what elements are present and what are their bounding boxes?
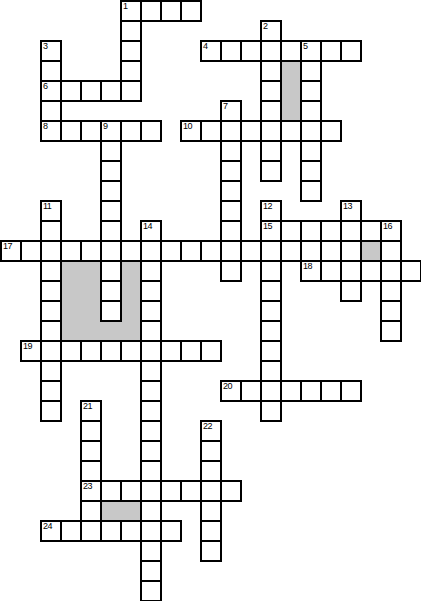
answer-cell-r16c19[interactable] <box>380 320 402 342</box>
clue-number-7: 7 <box>223 102 228 111</box>
clue-number-17: 17 <box>3 242 12 251</box>
crossword-grid: 123456789101112131415161718192021222324 <box>0 0 421 601</box>
answer-cell-r20c7[interactable] <box>140 400 162 422</box>
clue-number-13: 13 <box>343 202 352 211</box>
answer-cell-r2c15[interactable]: 5 <box>300 40 322 62</box>
answer-cell-r13c16[interactable] <box>320 260 342 282</box>
clue-number-2: 2 <box>263 22 268 31</box>
answer-cell-r17c7[interactable] <box>140 340 162 362</box>
clue-number-15: 15 <box>263 222 272 231</box>
answer-cell-r17c1[interactable]: 19 <box>20 340 42 362</box>
answer-cell-r11c13[interactable]: 15 <box>260 220 282 242</box>
answer-cell-r13c5[interactable] <box>100 260 122 282</box>
answer-cell-r16c7[interactable] <box>140 320 162 342</box>
answer-cell-r19c13[interactable] <box>260 380 282 402</box>
answer-cell-r24c5[interactable] <box>100 480 122 502</box>
answer-cell-r2c16[interactable] <box>320 40 342 62</box>
answer-cell-r26c8[interactable] <box>160 520 182 542</box>
answer-cell-r15c2[interactable] <box>40 300 62 322</box>
answer-cell-r17c9[interactable] <box>180 340 202 362</box>
answer-cell-r0c6[interactable]: 1 <box>120 0 142 22</box>
answer-cell-r10c11[interactable] <box>220 200 242 222</box>
answer-cell-r8c11[interactable] <box>220 160 242 182</box>
answer-cell-r17c4[interactable] <box>80 340 102 362</box>
answer-cell-r6c16[interactable] <box>320 120 342 142</box>
clue-number-22: 22 <box>203 422 212 431</box>
answer-cell-r19c7[interactable] <box>140 380 162 402</box>
answer-cell-r27c10[interactable] <box>200 540 222 562</box>
answer-cell-r7c5[interactable] <box>100 140 122 162</box>
answer-cell-r29c7[interactable] <box>140 580 162 601</box>
answer-cell-r26c5[interactable] <box>100 520 122 542</box>
answer-cell-r6c14[interactable] <box>280 120 302 142</box>
answer-cell-r20c13[interactable] <box>260 400 282 422</box>
gray-filler-cell-r14c3 <box>60 280 82 302</box>
answer-cell-r19c12[interactable] <box>240 380 262 402</box>
clue-number-24: 24 <box>43 522 52 531</box>
answer-cell-r2c6[interactable] <box>120 40 142 62</box>
clue-number-18: 18 <box>303 262 312 271</box>
answer-cell-r15c5[interactable] <box>100 300 122 322</box>
answer-cell-r17c8[interactable] <box>160 340 182 362</box>
answer-cell-r17c5[interactable] <box>100 340 122 362</box>
answer-cell-r18c2[interactable] <box>40 360 62 382</box>
clue-number-21: 21 <box>83 402 92 411</box>
answer-cell-r12c7[interactable] <box>140 240 162 262</box>
answer-cell-r7c11[interactable] <box>220 140 242 162</box>
gray-filler-cell-r5c14 <box>280 100 302 122</box>
gray-filler-cell-r13c6 <box>120 260 142 282</box>
answer-cell-r20c4[interactable]: 21 <box>80 400 102 422</box>
answer-cell-r2c13[interactable] <box>260 40 282 62</box>
answer-cell-r12c8[interactable] <box>160 240 182 262</box>
answer-cell-r26c2[interactable]: 24 <box>40 520 62 542</box>
answer-cell-r24c9[interactable] <box>180 480 202 502</box>
answer-cell-r1c13[interactable]: 2 <box>260 20 282 42</box>
answer-cell-r10c2[interactable]: 11 <box>40 200 62 222</box>
answer-cell-r23c10[interactable] <box>200 460 222 482</box>
clue-number-5: 5 <box>303 42 308 51</box>
answer-cell-r10c17[interactable]: 13 <box>340 200 362 222</box>
answer-cell-r3c15[interactable] <box>300 60 322 82</box>
answer-cell-r5c13[interactable] <box>260 100 282 122</box>
answer-cell-r12c4[interactable] <box>80 240 102 262</box>
clue-number-14: 14 <box>143 222 152 231</box>
answer-cell-r24c7[interactable] <box>140 480 162 502</box>
answer-cell-r6c12[interactable] <box>240 120 262 142</box>
answer-cell-r20c2[interactable] <box>40 400 62 422</box>
answer-cell-r27c7[interactable] <box>140 540 162 562</box>
answer-cell-r26c4[interactable] <box>80 520 102 542</box>
answer-cell-r7c15[interactable] <box>300 140 322 162</box>
answer-cell-r15c13[interactable] <box>260 300 282 322</box>
answer-cell-r19c16[interactable] <box>320 380 342 402</box>
clue-number-8: 8 <box>43 122 48 131</box>
answer-cell-r4c6[interactable] <box>120 80 142 102</box>
answer-cell-r15c19[interactable] <box>380 300 402 322</box>
gray-filler-cell-r13c4 <box>80 260 102 282</box>
answer-cell-r8c13[interactable] <box>260 160 282 182</box>
clue-number-20: 20 <box>223 382 232 391</box>
gray-filler-cell-r16c3 <box>60 320 82 342</box>
answer-cell-r4c4[interactable] <box>80 80 102 102</box>
clue-number-19: 19 <box>23 342 32 351</box>
answer-cell-r6c2[interactable]: 8 <box>40 120 62 142</box>
answer-cell-r25c10[interactable] <box>200 500 222 522</box>
answer-cell-r24c8[interactable] <box>160 480 182 502</box>
clue-number-10: 10 <box>183 122 192 131</box>
answer-cell-r13c13[interactable] <box>260 260 282 282</box>
answer-cell-r5c15[interactable] <box>300 100 322 122</box>
answer-cell-r12c1[interactable] <box>20 240 42 262</box>
answer-cell-r6c6[interactable] <box>120 120 142 142</box>
gray-filler-cell-r4c14 <box>280 80 302 102</box>
answer-cell-r0c9[interactable] <box>180 0 202 22</box>
answer-cell-r4c5[interactable] <box>100 80 122 102</box>
answer-cell-r8c15[interactable] <box>300 160 322 182</box>
answer-cell-r14c2[interactable] <box>40 280 62 302</box>
clue-number-23: 23 <box>83 482 92 491</box>
answer-cell-r25c7[interactable] <box>140 500 162 522</box>
answer-cell-r26c3[interactable] <box>60 520 82 542</box>
answer-cell-r0c7[interactable] <box>140 0 162 22</box>
answer-cell-r10c13[interactable]: 12 <box>260 200 282 222</box>
clue-number-4: 4 <box>203 42 208 51</box>
answer-cell-r6c3[interactable] <box>60 120 82 142</box>
answer-cell-r25c4[interactable] <box>80 500 102 522</box>
answer-cell-r4c15[interactable] <box>300 80 322 102</box>
answer-cell-r13c11[interactable] <box>220 260 242 282</box>
answer-cell-r3c2[interactable] <box>40 60 62 82</box>
clue-number-3: 3 <box>43 42 48 51</box>
answer-cell-r13c18[interactable] <box>360 260 382 282</box>
answer-cell-r26c6[interactable] <box>120 520 142 542</box>
answer-cell-r7c13[interactable] <box>260 140 282 162</box>
answer-cell-r4c3[interactable] <box>60 80 82 102</box>
answer-cell-r24c10[interactable] <box>200 480 222 502</box>
answer-cell-r11c11[interactable] <box>220 220 242 242</box>
answer-cell-r11c2[interactable] <box>40 220 62 242</box>
gray-filler-cell-r16c5 <box>100 320 122 342</box>
answer-cell-r6c4[interactable] <box>80 120 102 142</box>
answer-cell-r14c5[interactable] <box>100 280 122 302</box>
answer-cell-r12c16[interactable] <box>320 240 342 262</box>
answer-cell-r9c5[interactable] <box>100 180 122 202</box>
answer-cell-r19c2[interactable] <box>40 380 62 402</box>
answer-cell-r11c17[interactable] <box>340 220 362 242</box>
answer-cell-r2c14[interactable] <box>280 40 302 62</box>
answer-cell-r13c2[interactable] <box>40 260 62 282</box>
answer-cell-r6c5[interactable]: 9 <box>100 120 122 142</box>
answer-cell-r19c17[interactable] <box>340 380 362 402</box>
gray-filler-cell-r14c4 <box>80 280 102 302</box>
answer-cell-r12c0[interactable]: 17 <box>0 240 22 262</box>
answer-cell-r19c14[interactable] <box>280 380 302 402</box>
answer-cell-r23c4[interactable] <box>80 460 102 482</box>
answer-cell-r12c14[interactable] <box>280 240 302 262</box>
answer-cell-r13c7[interactable] <box>140 260 162 282</box>
answer-cell-r6c7[interactable] <box>140 120 162 142</box>
answer-cell-r18c13[interactable] <box>260 360 282 382</box>
answer-cell-r9c11[interactable] <box>220 180 242 202</box>
answer-cell-r12c2[interactable] <box>40 240 62 262</box>
answer-cell-r17c3[interactable] <box>60 340 82 362</box>
clue-number-12: 12 <box>263 202 272 211</box>
answer-cell-r23c7[interactable] <box>140 460 162 482</box>
answer-cell-r12c10[interactable] <box>200 240 222 262</box>
gray-filler-cell-r15c6 <box>120 300 142 322</box>
answer-cell-r5c2[interactable] <box>40 100 62 122</box>
answer-cell-r18c7[interactable] <box>140 360 162 382</box>
gray-filler-cell-r13c3 <box>60 260 82 282</box>
answer-cell-r6c13[interactable] <box>260 120 282 142</box>
gray-filler-cell-r15c4 <box>80 300 102 322</box>
answer-cell-r14c17[interactable] <box>340 280 362 302</box>
answer-cell-r6c10[interactable] <box>200 120 222 142</box>
answer-cell-r12c6[interactable] <box>120 240 142 262</box>
answer-cell-r3c13[interactable] <box>260 60 282 82</box>
gray-filler-cell-r25c5 <box>100 500 122 522</box>
answer-cell-r14c19[interactable] <box>380 280 402 302</box>
answer-cell-r13c15[interactable]: 18 <box>300 260 322 282</box>
answer-cell-r5c11[interactable]: 7 <box>220 100 242 122</box>
clue-number-16: 16 <box>383 222 392 231</box>
answer-cell-r9c15[interactable] <box>300 180 322 202</box>
answer-cell-r12c9[interactable] <box>180 240 202 262</box>
answer-cell-r12c3[interactable] <box>60 240 82 262</box>
answer-cell-r17c13[interactable] <box>260 340 282 362</box>
answer-cell-r0c8[interactable] <box>160 0 182 22</box>
answer-cell-r4c2[interactable]: 6 <box>40 80 62 102</box>
answer-cell-r22c7[interactable] <box>140 440 162 462</box>
clue-number-1: 1 <box>123 2 128 11</box>
gray-filler-cell-r12c18 <box>360 240 382 262</box>
answer-cell-r12c12[interactable] <box>240 240 262 262</box>
answer-cell-r2c12[interactable] <box>240 40 262 62</box>
answer-cell-r13c19[interactable] <box>380 260 402 282</box>
answer-cell-r4c13[interactable] <box>260 80 282 102</box>
answer-cell-r11c7[interactable]: 14 <box>140 220 162 242</box>
answer-cell-r26c10[interactable] <box>200 520 222 542</box>
answer-cell-r11c15[interactable] <box>300 220 322 242</box>
answer-cell-r24c6[interactable] <box>120 480 142 502</box>
answer-cell-r12c5[interactable] <box>100 240 122 262</box>
answer-cell-r14c13[interactable] <box>260 280 282 302</box>
gray-filler-cell-r25c6 <box>120 500 142 522</box>
answer-cell-r10c5[interactable] <box>100 200 122 222</box>
answer-cell-r21c7[interactable] <box>140 420 162 442</box>
answer-cell-r21c4[interactable] <box>80 420 102 442</box>
answer-cell-r24c11[interactable] <box>220 480 242 502</box>
answer-cell-r11c16[interactable] <box>320 220 342 242</box>
answer-cell-r16c2[interactable] <box>40 320 62 342</box>
gray-filler-cell-r16c6 <box>120 320 142 342</box>
answer-cell-r22c4[interactable] <box>80 440 102 462</box>
answer-cell-r12c17[interactable] <box>340 240 362 262</box>
answer-cell-r16c13[interactable] <box>260 320 282 342</box>
answer-cell-r2c11[interactable] <box>220 40 242 62</box>
answer-cell-r12c15[interactable] <box>300 240 322 262</box>
clue-number-11: 11 <box>43 202 51 211</box>
answer-cell-r17c2[interactable] <box>40 340 62 362</box>
answer-cell-r13c17[interactable] <box>340 260 362 282</box>
answer-cell-r8c5[interactable] <box>100 160 122 182</box>
answer-cell-r17c6[interactable] <box>120 340 142 362</box>
answer-cell-r11c18[interactable] <box>360 220 382 242</box>
answer-cell-r21c10[interactable]: 22 <box>200 420 222 442</box>
answer-cell-r2c2[interactable]: 3 <box>40 40 62 62</box>
answer-cell-r19c15[interactable] <box>300 380 322 402</box>
answer-cell-r3c6[interactable] <box>120 60 142 82</box>
answer-cell-r19c11[interactable]: 20 <box>220 380 242 402</box>
answer-cell-r1c6[interactable] <box>120 20 142 42</box>
gray-filler-cell-r14c6 <box>120 280 142 302</box>
answer-cell-r15c7[interactable] <box>140 300 162 322</box>
answer-cell-r6c15[interactable] <box>300 120 322 142</box>
answer-cell-r11c19[interactable]: 16 <box>380 220 402 242</box>
answer-cell-r14c7[interactable] <box>140 280 162 302</box>
answer-cell-r12c11[interactable] <box>220 240 242 262</box>
answer-cell-r26c7[interactable] <box>140 520 162 542</box>
answer-cell-r17c10[interactable] <box>200 340 222 362</box>
answer-cell-r6c11[interactable] <box>220 120 242 142</box>
clue-number-9: 9 <box>103 122 108 131</box>
answer-cell-r13c20[interactable] <box>400 260 421 282</box>
answer-cell-r6c9[interactable]: 10 <box>180 120 202 142</box>
clue-number-6: 6 <box>43 82 48 91</box>
answer-cell-r11c14[interactable] <box>280 220 302 242</box>
answer-cell-r11c5[interactable] <box>100 220 122 242</box>
gray-filler-cell-r16c4 <box>80 320 102 342</box>
answer-cell-r28c7[interactable] <box>140 560 162 582</box>
answer-cell-r12c13[interactable] <box>260 240 282 262</box>
answer-cell-r22c10[interactable] <box>200 440 222 462</box>
gray-filler-cell-r3c14 <box>280 60 302 82</box>
answer-cell-r12c19[interactable] <box>380 240 402 262</box>
answer-cell-r2c17[interactable] <box>340 40 362 62</box>
answer-cell-r2c10[interactable]: 4 <box>200 40 222 62</box>
answer-cell-r24c4[interactable]: 23 <box>80 480 102 502</box>
gray-filler-cell-r15c3 <box>60 300 82 322</box>
